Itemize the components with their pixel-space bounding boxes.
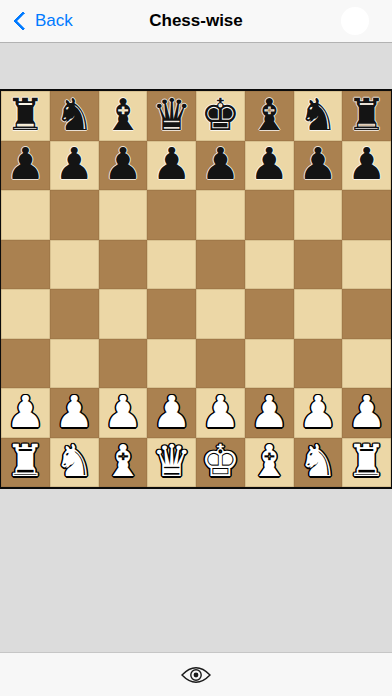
piece-white-king[interactable]: ♚: [201, 439, 240, 483]
square-a4[interactable]: [1, 289, 50, 339]
square-g4[interactable]: [294, 289, 343, 339]
piece-black-queen[interactable]: ♛: [152, 93, 191, 137]
square-c5[interactable]: [99, 240, 148, 290]
square-f3[interactable]: [245, 339, 294, 389]
square-b8[interactable]: ♞: [50, 91, 99, 141]
piece-black-pawn[interactable]: ♟: [347, 142, 386, 186]
square-b4[interactable]: [50, 289, 99, 339]
square-d6[interactable]: [147, 190, 196, 240]
chevron-left-icon: [13, 11, 33, 31]
square-d8[interactable]: ♛: [147, 91, 196, 141]
square-a2[interactable]: ♟: [1, 388, 50, 438]
piece-black-rook[interactable]: ♜: [6, 93, 45, 137]
square-f8[interactable]: ♝: [245, 91, 294, 141]
square-h2[interactable]: ♟: [342, 388, 391, 438]
square-a8[interactable]: ♜: [1, 91, 50, 141]
square-d1[interactable]: ♛: [147, 438, 196, 488]
piece-black-pawn[interactable]: ♟: [249, 142, 288, 186]
piece-white-knight[interactable]: ♞: [54, 439, 93, 483]
back-button[interactable]: Back: [10, 0, 77, 42]
square-e4[interactable]: [196, 289, 245, 339]
square-c1[interactable]: ♝: [99, 438, 148, 488]
square-b7[interactable]: ♟: [50, 141, 99, 191]
piece-white-queen[interactable]: ♛: [152, 439, 191, 483]
square-b6[interactable]: [50, 190, 99, 240]
content-background-bottom: [0, 489, 392, 652]
square-f7[interactable]: ♟: [245, 141, 294, 191]
piece-white-pawn[interactable]: ♟: [103, 390, 142, 434]
page-title: Chess-wise: [149, 11, 243, 31]
piece-black-knight[interactable]: ♞: [54, 93, 93, 137]
piece-white-pawn[interactable]: ♟: [347, 390, 386, 434]
square-e5[interactable]: [196, 240, 245, 290]
piece-white-pawn[interactable]: ♟: [201, 390, 240, 434]
piece-black-pawn[interactable]: ♟: [6, 142, 45, 186]
piece-black-bishop[interactable]: ♝: [249, 93, 288, 137]
piece-white-pawn[interactable]: ♟: [54, 390, 93, 434]
piece-white-bishop[interactable]: ♝: [249, 439, 288, 483]
bottom-toolbar: [0, 652, 392, 696]
square-c4[interactable]: [99, 289, 148, 339]
piece-white-pawn[interactable]: ♟: [298, 390, 337, 434]
square-g8[interactable]: ♞: [294, 91, 343, 141]
square-f1[interactable]: ♝: [245, 438, 294, 488]
navigation-bar: Back Chess-wise: [0, 0, 392, 43]
square-h3[interactable]: [342, 339, 391, 389]
piece-black-pawn[interactable]: ♟: [298, 142, 337, 186]
square-e8[interactable]: ♚: [196, 91, 245, 141]
square-e3[interactable]: [196, 339, 245, 389]
square-f5[interactable]: [245, 240, 294, 290]
piece-white-knight[interactable]: ♞: [298, 439, 337, 483]
square-a7[interactable]: ♟: [1, 141, 50, 191]
square-e6[interactable]: [196, 190, 245, 240]
square-b5[interactable]: [50, 240, 99, 290]
square-h7[interactable]: ♟: [342, 141, 391, 191]
square-e2[interactable]: ♟: [196, 388, 245, 438]
content-background-top: [0, 43, 392, 89]
square-d7[interactable]: ♟: [147, 141, 196, 191]
square-b1[interactable]: ♞: [50, 438, 99, 488]
square-a6[interactable]: [1, 190, 50, 240]
piece-white-pawn[interactable]: ♟: [249, 390, 288, 434]
square-c8[interactable]: ♝: [99, 91, 148, 141]
chess-board: ♜♞♝♛♚♝♞♜♟♟♟♟♟♟♟♟♟♟♟♟♟♟♟♟♜♞♝♛♚♝♞♜: [0, 89, 392, 489]
square-h1[interactable]: ♜: [342, 438, 391, 488]
piece-white-rook[interactable]: ♜: [347, 439, 386, 483]
square-d5[interactable]: [147, 240, 196, 290]
square-f2[interactable]: ♟: [245, 388, 294, 438]
piece-white-pawn[interactable]: ♟: [6, 390, 45, 434]
piece-white-pawn[interactable]: ♟: [152, 390, 191, 434]
square-h6[interactable]: [342, 190, 391, 240]
square-h4[interactable]: [342, 289, 391, 339]
square-f6[interactable]: [245, 190, 294, 240]
white-to-move-indicator: [341, 7, 369, 35]
square-h8[interactable]: ♜: [342, 91, 391, 141]
piece-black-knight[interactable]: ♞: [298, 93, 337, 137]
piece-black-rook[interactable]: ♜: [347, 93, 386, 137]
piece-black-pawn[interactable]: ♟: [54, 142, 93, 186]
square-c3[interactable]: [99, 339, 148, 389]
square-b3[interactable]: [50, 339, 99, 389]
square-c6[interactable]: [99, 190, 148, 240]
square-c2[interactable]: ♟: [99, 388, 148, 438]
square-f4[interactable]: [245, 289, 294, 339]
piece-black-pawn[interactable]: ♟: [201, 142, 240, 186]
piece-white-rook[interactable]: ♜: [6, 439, 45, 483]
piece-black-bishop[interactable]: ♝: [103, 93, 142, 137]
eye-button[interactable]: [166, 661, 226, 689]
square-g7[interactable]: ♟: [294, 141, 343, 191]
square-g1[interactable]: ♞: [294, 438, 343, 488]
square-e7[interactable]: ♟: [196, 141, 245, 191]
back-button-label: Back: [35, 11, 73, 31]
square-d2[interactable]: ♟: [147, 388, 196, 438]
square-g2[interactable]: ♟: [294, 388, 343, 438]
square-a1[interactable]: ♜: [1, 438, 50, 488]
square-b2[interactable]: ♟: [50, 388, 99, 438]
piece-black-king[interactable]: ♚: [201, 93, 240, 137]
eye-icon: [180, 665, 212, 685]
piece-black-pawn[interactable]: ♟: [103, 142, 142, 186]
square-c7[interactable]: ♟: [99, 141, 148, 191]
square-a5[interactable]: [1, 240, 50, 290]
square-a3[interactable]: [1, 339, 50, 389]
piece-white-bishop[interactable]: ♝: [103, 439, 142, 483]
square-e1[interactable]: ♚: [196, 438, 245, 488]
square-h5[interactable]: [342, 240, 391, 290]
square-d3[interactable]: [147, 339, 196, 389]
piece-black-pawn[interactable]: ♟: [152, 142, 191, 186]
square-g6[interactable]: [294, 190, 343, 240]
square-d4[interactable]: [147, 289, 196, 339]
square-g3[interactable]: [294, 339, 343, 389]
square-g5[interactable]: [294, 240, 343, 290]
